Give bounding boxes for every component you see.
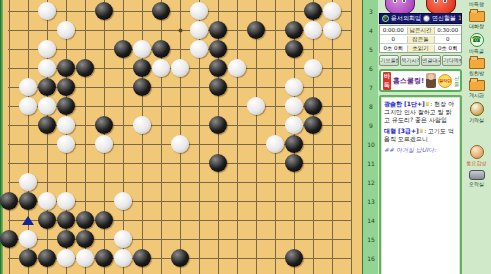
row-label: 13 [363, 198, 379, 205]
black-stone [285, 135, 303, 153]
black-stone [209, 116, 227, 134]
left-player-plate: 용서의희망 14급+ [380, 14, 420, 23]
black-stone [38, 249, 56, 267]
white-stone [57, 116, 75, 134]
black-stone [38, 211, 56, 229]
white-stone [133, 116, 151, 134]
white-stone [57, 135, 75, 153]
right-player-rank: 14급+ [458, 14, 461, 23]
last-move-triangle-marker [22, 216, 34, 225]
rail-item-바둑골[interactable]: ☎바둑골 [469, 33, 484, 54]
white-stone [19, 78, 37, 96]
rail-item-기략실[interactable]: 기략실 [469, 102, 484, 123]
row-label: 5 [363, 46, 379, 53]
info-label: 남은시간 [407, 27, 435, 34]
black-stone [133, 59, 151, 77]
white-stone [304, 21, 322, 39]
white-stone [266, 135, 284, 153]
chat-message: 광솔한 [1단+]♛: 현장 야그지만 인사 잘하고 말 맑고 유도리? 좋은 … [384, 100, 457, 124]
black-stone [95, 116, 113, 134]
chat-nickname[interactable]: 광솔한 [1단+] [384, 100, 425, 107]
black-stone [76, 230, 94, 248]
info-left-value: 0초 0회 [380, 45, 407, 52]
row-label: 14 [363, 217, 379, 224]
black-stone [57, 59, 75, 77]
crown-icon: ♛ [425, 100, 430, 107]
sun-badge-icon: 알라딘 [438, 74, 452, 88]
white-stone [285, 116, 303, 134]
black-stone [19, 249, 37, 267]
purple-character-icon [385, 0, 415, 13]
right-player-avatar [422, 0, 459, 13]
white-stone [95, 135, 113, 153]
rail-item-게시판[interactable]: 게시판 [469, 80, 485, 98]
white-stone [190, 40, 208, 58]
panel-button-기타메뉴[interactable]: 기타메뉴 [442, 55, 462, 66]
player-name-bar: 용서의희망 14급+ 연신할볼 14급+ [379, 13, 462, 24]
left-player-avatar [381, 0, 418, 13]
panel-button-복기시작[interactable]: 복기시작 [400, 55, 420, 66]
white-stone [323, 2, 341, 20]
panel-content: 용서의희망 14급+ 연신할볼 14급+ 0:00:00남은시간0:30:000… [379, 0, 462, 274]
black-stone [57, 211, 75, 229]
row-label: 12 [363, 179, 379, 186]
black-stone [285, 40, 303, 58]
white-stone [323, 21, 341, 39]
black-stone [304, 97, 322, 115]
phone-icon[interactable]: ☎ [470, 33, 484, 47]
white-stone [38, 59, 56, 77]
white-stone [133, 40, 151, 58]
black-stone [57, 97, 75, 115]
white-stone [38, 192, 56, 210]
black-stone [133, 78, 151, 96]
white-stone [285, 97, 303, 115]
red-character-icon [426, 0, 456, 13]
game-side-panel: 용서의희망 14급+ 연신할볼 14급+ 0:00:00남은시간0:30:000… [378, 0, 491, 274]
black-stone [209, 59, 227, 77]
black-stone [304, 2, 322, 20]
black-stone [38, 78, 56, 96]
chat-message: ## 아거실 났UI다: [384, 146, 457, 154]
side-icon-rail: 바둑왕 대화창☎바둑골칭찬방게시판기략실동요감상오락실 [462, 0, 491, 274]
row-label: 8 [363, 103, 379, 110]
black-stone [285, 21, 303, 39]
white-stone [285, 78, 303, 96]
banner-badge: 바둑 [383, 72, 391, 90]
game-info-table: 0:00:00남은시간0:30:000잡은돌00초 0회초읽기0초 0회 [379, 25, 462, 53]
folder-icon[interactable] [469, 58, 485, 69]
white-stone [19, 97, 37, 115]
black-stone [95, 2, 113, 20]
panel-button-기보올림[interactable]: 기보올림 [379, 55, 399, 66]
black-stone [95, 249, 113, 267]
panel-button-연결대국[interactable]: 연결대국 [421, 55, 441, 66]
white-stone [57, 192, 75, 210]
rail-item-label: 게시판 [469, 92, 484, 98]
black-stone [114, 40, 132, 58]
white-stone [76, 249, 94, 267]
info-label: 잡은돌 [407, 36, 435, 43]
black-stone [285, 154, 303, 172]
black-stone [38, 116, 56, 134]
white-stone [228, 59, 246, 77]
rail-item-label: 칭찬방 [469, 70, 484, 76]
white-stone [114, 192, 132, 210]
black-stone [209, 21, 227, 39]
black-stone [247, 21, 265, 39]
black-stone [57, 230, 75, 248]
chat-area[interactable]: 광솔한 [1단+]♛: 현장 야그지만 인사 잘하고 말 맑고 유도리? 좋은 … [379, 95, 462, 274]
controller-icon[interactable] [469, 170, 485, 180]
black-stone [209, 78, 227, 96]
white-stone [38, 40, 56, 58]
row-coordinate-gutter: 345678910111213141516 [362, 0, 379, 274]
white-stone [171, 59, 189, 77]
white-stone [57, 21, 75, 39]
black-stone [152, 40, 170, 58]
right-player-name: 연신할볼 [432, 14, 456, 23]
row-label: 3 [363, 8, 379, 15]
black-stone-icon [382, 15, 389, 22]
hamster-icon[interactable] [470, 145, 484, 159]
info-left-value: 0:00:00 [380, 27, 407, 33]
right-player-plate: 연신할볼 14급+ [420, 14, 461, 23]
black-stone [0, 230, 18, 248]
white-stone [171, 135, 189, 153]
folder-icon[interactable] [469, 11, 485, 22]
black-stone [209, 154, 227, 172]
info-label: 초읽기 [407, 45, 435, 52]
white-stone [19, 230, 37, 248]
white-stone [304, 59, 322, 77]
crown-icon: ♛ [419, 127, 424, 134]
info-table-row: 0초 0회초읽기0초 0회 [380, 44, 461, 52]
info-right-value: 0 [435, 36, 462, 42]
banner-subtext: 선물 [454, 75, 459, 87]
black-stone [19, 192, 37, 210]
chat-message: 대형 [3급+]♛: 고기도 먹음직 오르겠으니 [384, 127, 457, 143]
go-board[interactable] [0, 0, 362, 274]
row-label: 7 [363, 84, 379, 91]
black-stone [57, 78, 75, 96]
rail-item-label: 바둑골 [469, 48, 484, 54]
rail-item-동요감상[interactable]: 동요감상 [467, 145, 487, 166]
rail-item-대화창[interactable]: 대화창 [469, 11, 485, 29]
black-stone [285, 249, 303, 267]
rail-item-label: 기략실 [469, 117, 484, 123]
info-right-value: 0초 0회 [435, 45, 462, 52]
white-stone [38, 2, 56, 20]
row-label: 15 [363, 236, 379, 243]
row-label: 16 [363, 255, 379, 262]
rail-item-칭찬방[interactable]: 칭찬방 [469, 58, 485, 76]
white-stone [38, 97, 56, 115]
black-stone [95, 211, 113, 229]
black-stone [171, 249, 189, 267]
info-right-value: 0:30:00 [435, 27, 462, 33]
black-stone [76, 59, 94, 77]
row-label: 11 [363, 160, 379, 167]
ad-banner[interactable]: 바둑 홈스쿨링! 알라딘 선물 [379, 69, 462, 92]
row-label: 6 [363, 65, 379, 72]
black-stone [304, 116, 322, 134]
rail-item-label: 대화창 [469, 23, 484, 29]
black-stone [133, 249, 151, 267]
rail-item-오락실[interactable]: 오락실 [469, 170, 485, 187]
info-table-row: 0:00:00남은시간0:30:00 [380, 26, 461, 35]
white-stone [57, 249, 75, 267]
bird-icon[interactable] [470, 102, 484, 116]
row-label: 10 [363, 141, 379, 148]
black-stone [152, 2, 170, 20]
rail-item-label: 동요감상 [467, 160, 487, 166]
rail-item-label: 오락실 [469, 181, 484, 187]
banner-person-photo [426, 73, 436, 88]
chat-nickname[interactable]: 대형 [3급+] [384, 127, 419, 134]
folder-icon[interactable] [469, 80, 485, 91]
row-label: 4 [363, 27, 379, 34]
info-table-row: 0잡은돌0 [380, 35, 461, 44]
black-stone [0, 192, 18, 210]
left-player-name: 용서의희망 [391, 14, 420, 23]
rail-top-label: 바둑왕 [469, 1, 484, 7]
white-stone [190, 2, 208, 20]
black-stone [209, 40, 227, 58]
player-avatars [379, 0, 462, 13]
game-action-buttons: 기보올림복기시작연결대국기타메뉴 [379, 55, 462, 66]
info-left-value: 0 [380, 36, 407, 42]
white-stone [114, 249, 132, 267]
white-stone-icon [423, 15, 430, 22]
black-stone [76, 211, 94, 229]
white-stone [152, 59, 170, 77]
white-stone [190, 21, 208, 39]
white-stone [19, 173, 37, 191]
white-stone [114, 230, 132, 248]
white-stone [247, 97, 265, 115]
row-label: 9 [363, 122, 379, 129]
banner-title: 홈스쿨링! [393, 76, 424, 86]
